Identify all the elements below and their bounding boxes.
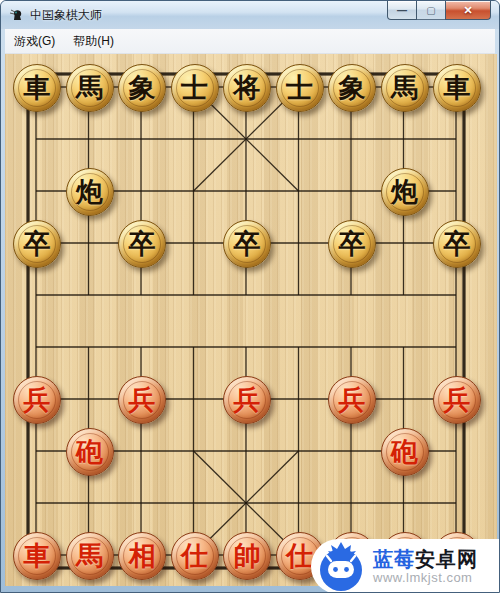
piece-red-砲-c7r7[interactable]: 砲 (381, 428, 429, 476)
piece-black-車-c0r0[interactable]: 車 (13, 64, 61, 112)
piece-glyph: 卒 (24, 230, 51, 257)
piece-glyph: 象 (339, 74, 366, 101)
piece-red-砲-c1r7[interactable]: 砲 (66, 428, 114, 476)
piece-glyph: 砲 (391, 438, 418, 465)
piece-glyph: 炮 (76, 178, 103, 205)
piece-red-車-c0r9[interactable]: 車 (13, 532, 61, 580)
piece-red-帥-c4r9[interactable]: 帥 (223, 532, 271, 580)
piece-glyph: 帥 (234, 542, 261, 569)
piece-glyph: 車 (24, 74, 51, 101)
watermark-name-highlight: 蓝莓 (373, 548, 415, 570)
piece-glyph: 卒 (339, 230, 366, 257)
app-icon (9, 7, 25, 23)
piece-glyph: 炮 (391, 178, 418, 205)
piece-glyph: 砲 (76, 438, 103, 465)
piece-glyph: 象 (129, 74, 156, 101)
window-controls: — ▢ ✕ (387, 1, 491, 20)
piece-black-馬-c1r0[interactable]: 馬 (66, 64, 114, 112)
piece-glyph: 士 (286, 74, 313, 101)
piece-red-兵-c8r6[interactable]: 兵 (433, 376, 481, 424)
piece-glyph: 仕 (181, 542, 208, 569)
piece-black-将-c4r0[interactable]: 将 (223, 64, 271, 112)
piece-glyph: 兵 (444, 386, 471, 413)
xiangqi-board[interactable]: 車馬象士将士象馬車炮炮卒卒卒卒卒兵兵兵兵兵砲砲車馬相仕帥仕相馬車 (5, 54, 497, 586)
menu-bar: 游戏(G) 帮助(H) (5, 29, 495, 54)
piece-glyph: 将 (234, 74, 261, 101)
piece-black-車-c8r0[interactable]: 車 (433, 64, 481, 112)
piece-red-仕-c3r9[interactable]: 仕 (171, 532, 219, 580)
watermark-text: 蓝莓安卓网 www.lmkjst.com (373, 549, 478, 585)
piece-black-卒-c0r3[interactable]: 卒 (13, 220, 61, 268)
piece-red-兵-c0r6[interactable]: 兵 (13, 376, 61, 424)
title-bar[interactable]: 中国象棋大师 — ▢ ✕ (1, 1, 499, 29)
piece-black-馬-c7r0[interactable]: 馬 (381, 64, 429, 112)
piece-black-士-c3r0[interactable]: 士 (171, 64, 219, 112)
watermark-badge: 蓝莓安卓网 www.lmkjst.com (311, 539, 500, 593)
minimize-button[interactable]: — (387, 1, 417, 20)
watermark-site-name: 蓝莓安卓网 (373, 549, 478, 570)
piece-red-兵-c2r6[interactable]: 兵 (118, 376, 166, 424)
piece-glyph: 仕 (286, 542, 313, 569)
piece-red-兵-c6r6[interactable]: 兵 (328, 376, 376, 424)
piece-glyph: 卒 (129, 230, 156, 257)
piece-glyph: 兵 (339, 386, 366, 413)
watermark-url: www.lmkjst.com (373, 571, 478, 585)
maximize-button[interactable]: ▢ (417, 1, 445, 20)
piece-glyph: 兵 (24, 386, 51, 413)
piece-glyph: 卒 (444, 230, 471, 257)
piece-glyph: 兵 (129, 386, 156, 413)
piece-glyph: 卒 (234, 230, 261, 257)
piece-glyph: 馬 (76, 542, 103, 569)
piece-black-卒-c6r3[interactable]: 卒 (328, 220, 376, 268)
piece-black-卒-c4r3[interactable]: 卒 (223, 220, 271, 268)
piece-glyph: 馬 (391, 74, 418, 101)
piece-glyph: 車 (444, 74, 471, 101)
menu-item-help[interactable]: 帮助(H) (64, 30, 123, 53)
piece-glyph: 士 (181, 74, 208, 101)
piece-red-兵-c4r6[interactable]: 兵 (223, 376, 271, 424)
app-window: 中国象棋大师 — ▢ ✕ 游戏(G) 帮助(H) 車馬象士将士象馬車炮炮卒卒卒卒… (0, 0, 500, 593)
watermark-name-rest: 安卓网 (415, 548, 478, 570)
board-grid (5, 54, 497, 586)
piece-black-卒-c8r3[interactable]: 卒 (433, 220, 481, 268)
piece-red-相-c2r9[interactable]: 相 (118, 532, 166, 580)
close-button[interactable]: ✕ (445, 1, 491, 20)
window-title: 中国象棋大师 (30, 7, 102, 24)
piece-glyph: 車 (24, 542, 51, 569)
piece-black-炮-c7r2[interactable]: 炮 (381, 168, 429, 216)
watermark-logo-icon (318, 542, 364, 592)
piece-red-馬-c1r9[interactable]: 馬 (66, 532, 114, 580)
piece-glyph: 馬 (76, 74, 103, 101)
piece-glyph: 兵 (234, 386, 261, 413)
piece-black-炮-c1r2[interactable]: 炮 (66, 168, 114, 216)
piece-black-士-c5r0[interactable]: 士 (276, 64, 324, 112)
menu-item-game[interactable]: 游戏(G) (5, 30, 64, 53)
piece-glyph: 相 (129, 542, 156, 569)
piece-black-象-c6r0[interactable]: 象 (328, 64, 376, 112)
piece-black-卒-c2r3[interactable]: 卒 (118, 220, 166, 268)
piece-black-象-c2r0[interactable]: 象 (118, 64, 166, 112)
